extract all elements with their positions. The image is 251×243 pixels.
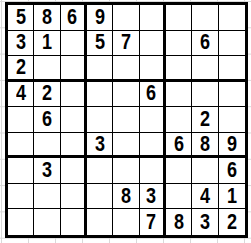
- given-digit: 6: [174, 133, 184, 156]
- cell-r5c5[interactable]: [113, 107, 139, 133]
- cell-r6c3[interactable]: [61, 133, 87, 159]
- cell-r9c5[interactable]: [113, 209, 139, 235]
- cell-r7c4[interactable]: [87, 158, 113, 184]
- cell-r8c8[interactable]: 4: [192, 184, 218, 210]
- cell-r3c2[interactable]: [34, 56, 60, 82]
- cell-r8c5[interactable]: 8: [113, 184, 139, 210]
- cell-r5c7[interactable]: [166, 107, 192, 133]
- given-digit: 5: [16, 6, 26, 29]
- cell-r8c4[interactable]: [87, 184, 113, 210]
- cell-r4c2[interactable]: 2: [34, 82, 60, 108]
- cell-r7c9[interactable]: 6: [219, 158, 245, 184]
- cell-r3c8[interactable]: [192, 56, 218, 82]
- cell-r3c1[interactable]: 2: [8, 56, 34, 82]
- cell-r1c4[interactable]: 9: [87, 5, 113, 31]
- given-digit: 9: [95, 6, 105, 29]
- given-digit: 7: [146, 211, 156, 234]
- given-digit: 6: [200, 31, 210, 54]
- given-digit: 8: [121, 185, 131, 208]
- cell-r3c4[interactable]: [87, 56, 113, 82]
- cell-r8c7[interactable]: [166, 184, 192, 210]
- given-digit: 8: [174, 211, 184, 234]
- given-digit: 3: [16, 31, 26, 54]
- cell-r7c1[interactable]: [8, 158, 34, 184]
- cell-r6c9[interactable]: 9: [219, 133, 245, 159]
- cell-r6c2[interactable]: [34, 133, 60, 159]
- cell-r7c5[interactable]: [113, 158, 139, 184]
- cell-r6c7[interactable]: 6: [166, 133, 192, 159]
- cell-r1c8[interactable]: [192, 5, 218, 31]
- cell-r6c4[interactable]: 3: [87, 133, 113, 159]
- cell-r9c3[interactable]: [61, 209, 87, 235]
- cell-r2c7[interactable]: [166, 31, 192, 57]
- given-digit: 2: [227, 211, 237, 234]
- cell-r2c3[interactable]: [61, 31, 87, 57]
- given-digit: 8: [200, 133, 210, 156]
- cell-r1c2[interactable]: 8: [34, 5, 60, 31]
- cell-r7c6[interactable]: [140, 158, 166, 184]
- given-digit: 8: [42, 6, 52, 29]
- cell-r5c8[interactable]: 2: [192, 107, 218, 133]
- cell-r4c6[interactable]: 6: [140, 82, 166, 108]
- cell-r9c7[interactable]: 8: [166, 209, 192, 235]
- cell-r3c6[interactable]: [140, 56, 166, 82]
- cell-r2c6[interactable]: [140, 31, 166, 57]
- cell-r2c4[interactable]: 5: [87, 31, 113, 57]
- cell-r7c8[interactable]: [192, 158, 218, 184]
- cell-r4c3[interactable]: [61, 82, 87, 108]
- given-digit: 4: [200, 185, 210, 208]
- cell-r5c9[interactable]: [219, 107, 245, 133]
- cell-r6c5[interactable]: [113, 133, 139, 159]
- cell-r5c1[interactable]: [8, 107, 34, 133]
- given-digit: 6: [227, 159, 237, 182]
- given-digit: 3: [200, 211, 210, 234]
- given-digit: 5: [95, 31, 105, 54]
- given-digit: 1: [227, 185, 237, 208]
- given-digit: 6: [67, 6, 77, 29]
- cell-r9c9[interactable]: 2: [219, 209, 245, 235]
- cell-r7c3[interactable]: [61, 158, 87, 184]
- cell-r4c8[interactable]: [192, 82, 218, 108]
- cell-r9c8[interactable]: 3: [192, 209, 218, 235]
- cell-r1c7[interactable]: [166, 5, 192, 31]
- given-digit: 4: [16, 82, 26, 105]
- cell-r1c1[interactable]: 5: [8, 5, 34, 31]
- cell-r5c2[interactable]: 6: [34, 107, 60, 133]
- cell-r4c5[interactable]: [113, 82, 139, 108]
- given-digit: 1: [42, 31, 52, 54]
- cell-r3c9[interactable]: [219, 56, 245, 82]
- cell-r3c3[interactable]: [61, 56, 87, 82]
- cell-r2c5[interactable]: 7: [113, 31, 139, 57]
- cell-r1c9[interactable]: [219, 5, 245, 31]
- cell-r7c7[interactable]: [166, 158, 192, 184]
- cell-r9c2[interactable]: [34, 209, 60, 235]
- given-digit: 3: [95, 133, 105, 156]
- cell-r4c4[interactable]: [87, 82, 113, 108]
- cell-r9c1[interactable]: [8, 209, 34, 235]
- cell-r2c2[interactable]: 1: [34, 31, 60, 57]
- cell-r6c1[interactable]: [8, 133, 34, 159]
- cell-r3c5[interactable]: [113, 56, 139, 82]
- cell-r8c6[interactable]: 3: [140, 184, 166, 210]
- cell-r1c6[interactable]: [140, 5, 166, 31]
- cell-r8c2[interactable]: [34, 184, 60, 210]
- cell-r9c4[interactable]: [87, 209, 113, 235]
- cell-r6c6[interactable]: [140, 133, 166, 159]
- cell-r8c9[interactable]: 1: [219, 184, 245, 210]
- cell-r3c7[interactable]: [166, 56, 192, 82]
- cell-r5c6[interactable]: [140, 107, 166, 133]
- cell-r4c7[interactable]: [166, 82, 192, 108]
- given-digit: 3: [42, 159, 52, 182]
- sudoku-board: 58693157624266236893683417832: [5, 2, 248, 238]
- cell-r2c1[interactable]: 3: [8, 31, 34, 57]
- cell-r9c6[interactable]: 7: [140, 209, 166, 235]
- cell-r5c3[interactable]: [61, 107, 87, 133]
- given-digit: 9: [227, 133, 237, 156]
- cell-r7c2[interactable]: 3: [34, 158, 60, 184]
- given-digit: 2: [42, 82, 52, 105]
- cell-r5c4[interactable]: [87, 107, 113, 133]
- cell-r6c8[interactable]: 8: [192, 133, 218, 159]
- cell-r1c3[interactable]: 6: [61, 5, 87, 31]
- given-digit: 6: [42, 108, 52, 131]
- spreadsheet-background: 58693157624266236893683417832: [0, 0, 251, 243]
- given-digit: 2: [200, 108, 210, 131]
- cell-r1c5[interactable]: [113, 5, 139, 31]
- cell-r4c9[interactable]: [219, 82, 245, 108]
- given-digit: 6: [146, 82, 156, 105]
- cell-r8c3[interactable]: [61, 184, 87, 210]
- given-digit: 7: [121, 31, 131, 54]
- given-digit: 3: [146, 185, 156, 208]
- cell-r8c1[interactable]: [8, 184, 34, 210]
- given-digit: 2: [16, 56, 26, 79]
- cell-r2c8[interactable]: 6: [192, 31, 218, 57]
- cell-r2c9[interactable]: [219, 31, 245, 57]
- cell-r4c1[interactable]: 4: [8, 82, 34, 108]
